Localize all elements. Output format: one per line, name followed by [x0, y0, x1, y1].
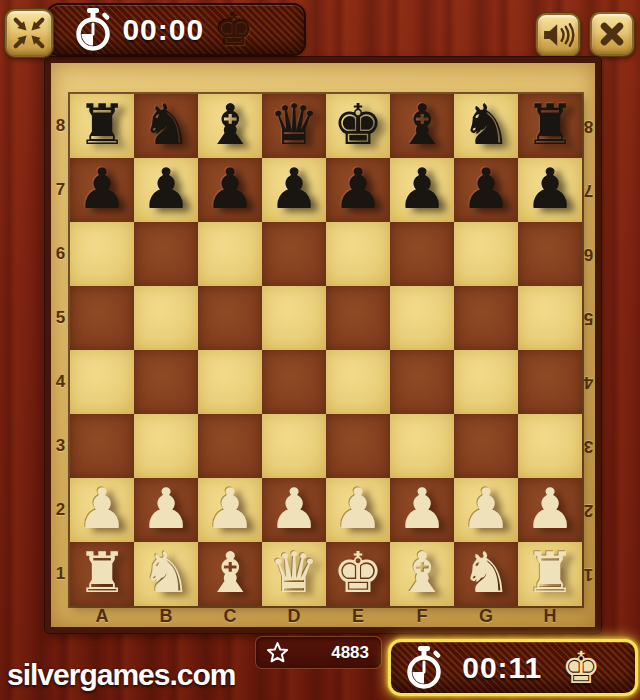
- white-bishop[interactable]: ♝: [198, 542, 262, 606]
- square-a4[interactable]: [70, 350, 134, 414]
- black-knight[interactable]: ♞: [454, 94, 518, 158]
- black-pawn[interactable]: ♟: [326, 158, 390, 222]
- square-g4[interactable]: [454, 350, 518, 414]
- game-stage: 00:00 ♚ 87654321 87654321 ABCDEFGH ♜♞♝♛♚…: [0, 0, 640, 700]
- white-pawn[interactable]: ♟: [134, 478, 198, 542]
- square-e1[interactable]: ♚: [326, 542, 390, 606]
- square-f8[interactable]: ♝: [390, 94, 454, 158]
- star-icon: [266, 641, 289, 664]
- black-king[interactable]: ♚: [326, 94, 390, 158]
- white-pawn[interactable]: ♟: [454, 478, 518, 542]
- black-timer-value: 00:00: [122, 13, 204, 47]
- square-g3[interactable]: [454, 414, 518, 478]
- square-c1[interactable]: ♝: [198, 542, 262, 606]
- square-b8[interactable]: ♞: [134, 94, 198, 158]
- score-value: 4883: [331, 643, 369, 663]
- square-f7[interactable]: ♟: [390, 158, 454, 222]
- square-g8[interactable]: ♞: [454, 94, 518, 158]
- square-b2[interactable]: ♟: [134, 478, 198, 542]
- rank-label-left-1: 1: [51, 542, 70, 606]
- white-pawn[interactable]: ♟: [518, 478, 582, 542]
- rank-label-right-8: 8: [582, 94, 595, 158]
- white-knight[interactable]: ♞: [454, 542, 518, 606]
- white-rook[interactable]: ♜: [518, 542, 582, 606]
- black-rook[interactable]: ♜: [518, 94, 582, 158]
- square-h5[interactable]: [518, 286, 582, 350]
- file-labels: ABCDEFGH: [70, 606, 582, 627]
- square-b7[interactable]: ♟: [134, 158, 198, 222]
- stopwatch-icon: [74, 8, 112, 52]
- rank-label-left-4: 4: [51, 350, 70, 414]
- square-h8[interactable]: ♜: [518, 94, 582, 158]
- close-button[interactable]: [590, 12, 634, 56]
- square-a1[interactable]: ♜: [70, 542, 134, 606]
- square-d6[interactable]: [262, 222, 326, 286]
- rank-label-left-3: 3: [51, 414, 70, 478]
- black-queen[interactable]: ♛: [262, 94, 326, 158]
- black-knight[interactable]: ♞: [134, 94, 198, 158]
- white-knight[interactable]: ♞: [134, 542, 198, 606]
- stopwatch-icon: [405, 646, 443, 690]
- rank-label-right-4: 4: [582, 350, 595, 414]
- square-b1[interactable]: ♞: [134, 542, 198, 606]
- rank-label-left-7: 7: [51, 158, 70, 222]
- square-f4[interactable]: [390, 350, 454, 414]
- black-timer-panel: 00:00 ♚: [46, 3, 306, 56]
- rank-label-left-8: 8: [51, 94, 70, 158]
- square-g2[interactable]: ♟: [454, 478, 518, 542]
- square-g6[interactable]: [454, 222, 518, 286]
- square-e7[interactable]: ♟: [326, 158, 390, 222]
- rank-label-left-6: 6: [51, 222, 70, 286]
- square-b6[interactable]: [134, 222, 198, 286]
- square-h6[interactable]: [518, 222, 582, 286]
- sound-button[interactable]: [536, 13, 580, 57]
- file-label-b: B: [134, 606, 198, 627]
- square-f2[interactable]: ♟: [390, 478, 454, 542]
- square-h1[interactable]: ♜: [518, 542, 582, 606]
- white-pawn[interactable]: ♟: [262, 478, 326, 542]
- white-bishop[interactable]: ♝: [390, 542, 454, 606]
- square-d7[interactable]: ♟: [262, 158, 326, 222]
- black-pawn[interactable]: ♟: [70, 158, 134, 222]
- square-f1[interactable]: ♝: [390, 542, 454, 606]
- black-bishop[interactable]: ♝: [198, 94, 262, 158]
- square-g7[interactable]: ♟: [454, 158, 518, 222]
- speaker-icon: [540, 17, 576, 53]
- square-g5[interactable]: [454, 286, 518, 350]
- rank-label-right-2: 2: [582, 478, 595, 542]
- white-timer-value: 00:11: [462, 651, 542, 685]
- fullscreen-icon: [9, 13, 49, 53]
- square-b4[interactable]: [134, 350, 198, 414]
- square-h3[interactable]: [518, 414, 582, 478]
- square-e8[interactable]: ♚: [326, 94, 390, 158]
- square-b5[interactable]: [134, 286, 198, 350]
- file-label-a: A: [70, 606, 134, 627]
- black-pawn[interactable]: ♟: [134, 158, 198, 222]
- square-e2[interactable]: ♟: [326, 478, 390, 542]
- square-h7[interactable]: ♟: [518, 158, 582, 222]
- square-d8[interactable]: ♛: [262, 94, 326, 158]
- rank-label-right-3: 3: [582, 414, 595, 478]
- square-d2[interactable]: ♟: [262, 478, 326, 542]
- file-label-c: C: [198, 606, 262, 627]
- black-pawn[interactable]: ♟: [198, 158, 262, 222]
- file-label-g: G: [454, 606, 518, 627]
- black-pawn[interactable]: ♟: [390, 158, 454, 222]
- square-e3[interactable]: [326, 414, 390, 478]
- white-king[interactable]: ♚: [326, 542, 390, 606]
- square-f6[interactable]: [390, 222, 454, 286]
- square-c7[interactable]: ♟: [198, 158, 262, 222]
- black-pawn[interactable]: ♟: [262, 158, 326, 222]
- square-a7[interactable]: ♟: [70, 158, 134, 222]
- square-h2[interactable]: ♟: [518, 478, 582, 542]
- white-pawn[interactable]: ♟: [390, 478, 454, 542]
- square-d3[interactable]: [262, 414, 326, 478]
- black-bishop[interactable]: ♝: [390, 94, 454, 158]
- square-c6[interactable]: [198, 222, 262, 286]
- square-b3[interactable]: [134, 414, 198, 478]
- file-label-f: F: [390, 606, 454, 627]
- rank-label-right-1: 1: [582, 542, 595, 606]
- white-queen[interactable]: ♛: [262, 542, 326, 606]
- white-pawn[interactable]: ♟: [326, 478, 390, 542]
- file-label-h: H: [518, 606, 582, 627]
- square-c8[interactable]: ♝: [198, 94, 262, 158]
- black-pawn[interactable]: ♟: [454, 158, 518, 222]
- square-a3[interactable]: [70, 414, 134, 478]
- square-d1[interactable]: ♛: [262, 542, 326, 606]
- rank-labels-left: 87654321: [51, 94, 70, 606]
- close-icon: [595, 17, 629, 51]
- rank-label-right-5: 5: [582, 286, 595, 350]
- white-timer-panel: 00:11 ♚: [388, 639, 638, 696]
- square-e4[interactable]: [326, 350, 390, 414]
- square-e6[interactable]: [326, 222, 390, 286]
- white-pawn[interactable]: ♟: [70, 478, 134, 542]
- rank-label-right-6: 6: [582, 222, 595, 286]
- square-f5[interactable]: [390, 286, 454, 350]
- rank-label-left-5: 5: [51, 286, 70, 350]
- square-d4[interactable]: [262, 350, 326, 414]
- square-f3[interactable]: [390, 414, 454, 478]
- rank-label-right-7: 7: [582, 158, 595, 222]
- rank-label-left-2: 2: [51, 478, 70, 542]
- fullscreen-button[interactable]: [5, 9, 53, 57]
- black-king-icon: ♚: [215, 8, 254, 52]
- site-watermark: silvergames.com: [7, 658, 235, 692]
- score-panel: 4883: [255, 636, 382, 669]
- square-c4[interactable]: [198, 350, 262, 414]
- file-label-e: E: [326, 606, 390, 627]
- square-a2[interactable]: ♟: [70, 478, 134, 542]
- black-pawn[interactable]: ♟: [518, 158, 582, 222]
- square-d5[interactable]: [262, 286, 326, 350]
- rank-labels-right: 87654321: [582, 94, 595, 606]
- white-king-icon: ♚: [562, 646, 601, 690]
- file-label-d: D: [262, 606, 326, 627]
- board-squares: ♜♞♝♛♚♝♞♜♟♟♟♟♟♟♟♟♟♟♟♟♟♟♟♟♜♞♝♛♚♝♞♜: [70, 94, 582, 606]
- chess-board: 87654321 87654321 ABCDEFGH ♜♞♝♛♚♝♞♜♟♟♟♟♟…: [45, 57, 601, 633]
- square-g1[interactable]: ♞: [454, 542, 518, 606]
- square-h4[interactable]: [518, 350, 582, 414]
- square-a6[interactable]: [70, 222, 134, 286]
- square-c3[interactable]: [198, 414, 262, 478]
- black-rook[interactable]: ♜: [70, 94, 134, 158]
- square-c2[interactable]: ♟: [198, 478, 262, 542]
- square-e5[interactable]: [326, 286, 390, 350]
- square-c5[interactable]: [198, 286, 262, 350]
- white-pawn[interactable]: ♟: [198, 478, 262, 542]
- square-a8[interactable]: ♜: [70, 94, 134, 158]
- white-rook[interactable]: ♜: [70, 542, 134, 606]
- square-a5[interactable]: [70, 286, 134, 350]
